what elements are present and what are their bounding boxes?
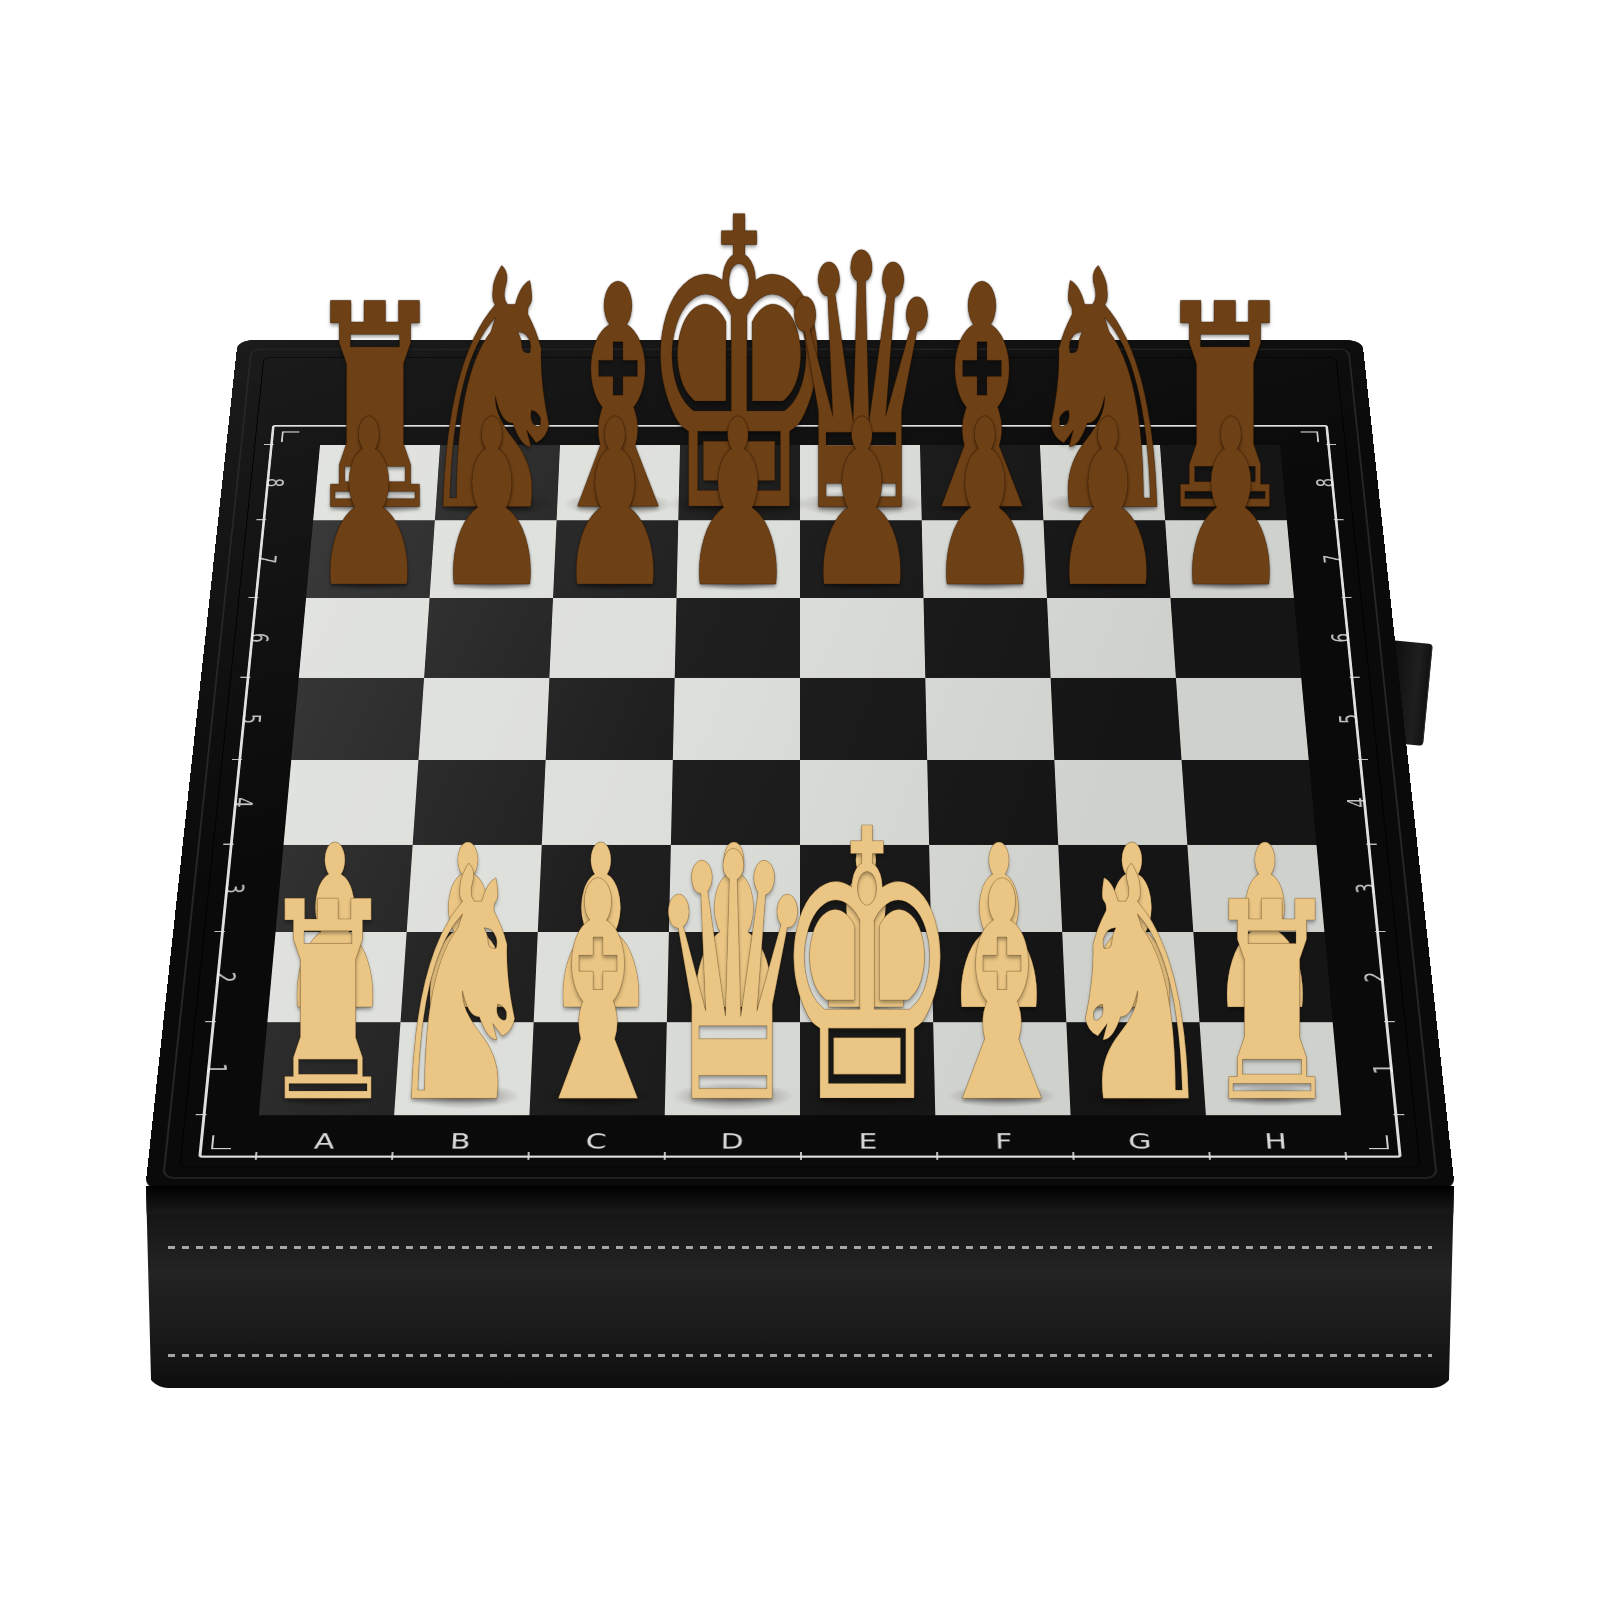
piece-light-rook-a1[interactable]: ♜ — [259, 867, 397, 1141]
chess-box: ABCDEFGH1122334455667788 ♜♞♝♚♛♝♞♜♟♟♟♟♟♟♟… — [0, 0, 1600, 1600]
piece-light-knight-b1[interactable]: ♞ — [382, 826, 544, 1148]
pieces-layer: ♜♞♝♚♛♝♞♜♟♟♟♟♟♟♟♟♟♟♟♟♟♟♟♟♜♞♝♛♚♝♞♜ — [0, 0, 1600, 1600]
piece-dark-pawn-a7[interactable]: ♟ — [311, 390, 426, 620]
product-photo-background: { "game": "chess", "board": { "files": [… — [0, 0, 1600, 1600]
piece-dark-pawn-b7[interactable]: ♟ — [434, 390, 549, 620]
piece-dark-pawn-g7[interactable]: ♟ — [1050, 390, 1165, 620]
piece-dark-pawn-e7[interactable]: ♟ — [804, 390, 919, 620]
piece-dark-pawn-d7[interactable]: ♟ — [681, 390, 796, 620]
piece-light-rook-h1[interactable]: ♜ — [1204, 867, 1342, 1141]
piece-light-knight-g1[interactable]: ♞ — [1057, 826, 1219, 1148]
piece-dark-pawn-h7[interactable]: ♟ — [1173, 390, 1288, 620]
piece-dark-pawn-f7[interactable]: ♟ — [927, 390, 1042, 620]
piece-dark-pawn-c7[interactable]: ♟ — [557, 390, 672, 620]
